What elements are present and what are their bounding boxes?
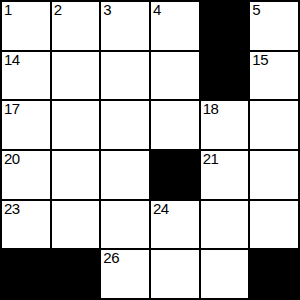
clue-number: 20 [4,151,20,167]
clue-number: 1 [4,2,12,18]
answer-cell-r5c5[interactable] [201,201,249,249]
answer-cell-r2c3[interactable] [101,52,149,100]
clue-number: 4 [153,2,161,18]
answer-cell-r4c3[interactable] [101,151,149,199]
answer-cell-r2c2[interactable] [52,52,100,100]
black-cell-r4c4 [151,151,199,199]
answer-cell-r2c1[interactable]: 14 [2,52,50,100]
answer-cell-r5c2[interactable] [52,201,100,249]
answer-cell-r4c5[interactable]: 21 [201,151,249,199]
clue-number: 14 [4,52,20,68]
clue-number: 24 [153,201,169,217]
answer-cell-r4c2[interactable] [52,151,100,199]
clue-number: 15 [252,52,268,68]
black-cell-r6c1 [2,250,50,298]
answer-cell-r1c1[interactable]: 1 [2,2,50,50]
crossword-grid: 12345141517182021232426 [0,0,300,300]
black-cell-r6c2 [52,250,100,298]
black-cell-r1c5 [201,2,249,50]
answer-cell-r4c6[interactable] [250,151,298,199]
black-cell-r6c6 [250,250,298,298]
answer-cell-r6c5[interactable] [201,250,249,298]
clue-number: 17 [4,101,20,117]
answer-cell-r1c4[interactable]: 4 [151,2,199,50]
answer-cell-r5c4[interactable]: 24 [151,201,199,249]
answer-cell-r6c3[interactable]: 26 [101,250,149,298]
answer-cell-r2c4[interactable] [151,52,199,100]
clue-number: 2 [54,2,62,18]
answer-cell-r3c3[interactable] [101,101,149,149]
clue-number: 3 [103,2,111,18]
answer-cell-r2c6[interactable]: 15 [250,52,298,100]
black-cell-r2c5 [201,52,249,100]
answer-cell-r1c3[interactable]: 3 [101,2,149,50]
answer-cell-r1c6[interactable]: 5 [250,2,298,50]
answer-cell-r5c3[interactable] [101,201,149,249]
answer-cell-r1c2[interactable]: 2 [52,2,100,50]
answer-cell-r3c6[interactable] [250,101,298,149]
clue-number: 21 [203,151,219,167]
clue-number: 23 [4,201,20,217]
clue-number: 5 [252,2,260,18]
answer-cell-r4c1[interactable]: 20 [2,151,50,199]
answer-cell-r3c5[interactable]: 18 [201,101,249,149]
answer-cell-r5c6[interactable] [250,201,298,249]
answer-cell-r3c4[interactable] [151,101,199,149]
answer-cell-r3c2[interactable] [52,101,100,149]
answer-cell-r6c4[interactable] [151,250,199,298]
answer-cell-r5c1[interactable]: 23 [2,201,50,249]
answer-cell-r3c1[interactable]: 17 [2,101,50,149]
clue-number: 26 [103,250,119,266]
clue-number: 18 [203,101,219,117]
